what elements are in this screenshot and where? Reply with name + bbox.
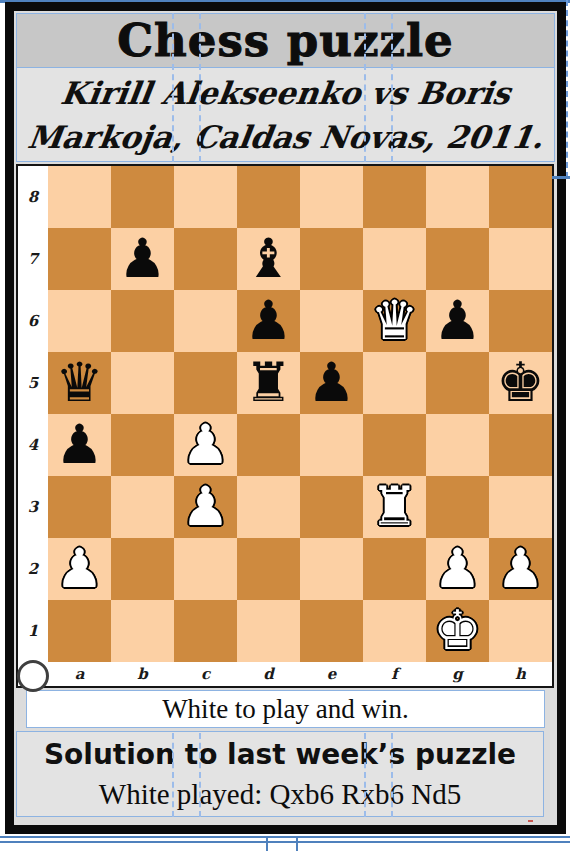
square-e1 — [300, 600, 363, 662]
square-e7 — [300, 228, 363, 290]
square-b4 — [111, 414, 174, 476]
flyer-content: Chess puzzle Kirill Alekseenko vs Boris … — [14, 11, 557, 825]
column-guide — [391, 13, 393, 162]
rank-label-6: 6 — [18, 290, 48, 352]
square-b8 — [111, 166, 174, 228]
square-b5 — [111, 352, 174, 414]
square-f4 — [363, 414, 426, 476]
square-g6: ♟ — [426, 290, 489, 352]
column-guide — [391, 733, 393, 817]
file-label-a: a — [48, 662, 111, 686]
square-g5 — [426, 352, 489, 414]
rank-label-5: 5 — [18, 352, 48, 414]
square-b1 — [111, 600, 174, 662]
black-queen: ♛ — [55, 356, 103, 410]
square-c6 — [174, 290, 237, 352]
column-guide — [364, 733, 366, 817]
square-b7: ♟ — [111, 228, 174, 290]
square-a5: ♛ — [48, 352, 111, 414]
bottom-gridline — [0, 836, 570, 838]
rank-label-3: 3 — [18, 476, 48, 538]
file-label-c: c — [174, 662, 237, 686]
square-e6 — [300, 290, 363, 352]
bottom-gridline — [0, 841, 570, 843]
players-line: Kirill Alekseenko vs Boris — [58, 71, 513, 115]
caption-cell[interactable]: White to play and win. — [26, 690, 545, 728]
white-queen: ♛ — [370, 294, 418, 348]
square-e3 — [300, 476, 363, 538]
black-pawn: ♟ — [433, 294, 481, 348]
square-d7: ♝ — [237, 228, 300, 290]
rank-label-2: 2 — [18, 538, 48, 600]
rank-label-7: 7 — [18, 228, 48, 290]
black-pawn: ♟ — [244, 294, 292, 348]
white-king: ♚ — [433, 604, 481, 658]
square-g3 — [426, 476, 489, 538]
square-f5 — [363, 352, 426, 414]
square-b6 — [111, 290, 174, 352]
black-king: ♚ — [496, 356, 544, 410]
file-label-f: f — [363, 662, 426, 686]
square-b2 — [111, 538, 174, 600]
square-f1 — [363, 600, 426, 662]
square-d4 — [237, 414, 300, 476]
square-g4 — [426, 414, 489, 476]
rank-label-1: 1 — [18, 600, 48, 662]
rank-label-4: 4 — [18, 414, 48, 476]
square-h3 — [489, 476, 552, 538]
square-f3: ♜ — [363, 476, 426, 538]
square-c5 — [174, 352, 237, 414]
column-guide — [172, 13, 174, 162]
square-d3 — [237, 476, 300, 538]
square-a3 — [48, 476, 111, 538]
square-f7 — [363, 228, 426, 290]
square-a8 — [48, 166, 111, 228]
black-bishop: ♝ — [244, 232, 292, 286]
file-label-e: e — [300, 662, 363, 686]
selection-marquee-tick — [552, 176, 570, 179]
solution-heading: Solution to last week’s puzzle — [44, 738, 516, 771]
square-f6: ♛ — [363, 290, 426, 352]
square-g2: ♟ — [426, 538, 489, 600]
event-line: Markoja, Caldas Novas, 2011. — [25, 115, 547, 159]
black-pawn: ♟ — [118, 232, 166, 286]
white-pawn: ♟ — [433, 542, 481, 596]
square-e2 — [300, 538, 363, 600]
square-h4 — [489, 414, 552, 476]
white-rook: ♜ — [370, 480, 418, 534]
square-h8 — [489, 166, 552, 228]
solution-moves: White played: Qxb6 Rxb6 Nd5 — [99, 778, 461, 811]
column-guide — [172, 733, 174, 817]
square-c8 — [174, 166, 237, 228]
square-a6 — [48, 290, 111, 352]
square-f2 — [363, 538, 426, 600]
square-c1 — [174, 600, 237, 662]
rank-label-8: 8 — [18, 166, 48, 228]
square-d1 — [237, 600, 300, 662]
black-pawn: ♟ — [55, 418, 103, 472]
square-h6 — [489, 290, 552, 352]
stray-mark — [528, 820, 533, 822]
white-pawn: ♟ — [181, 480, 229, 534]
square-e4 — [300, 414, 363, 476]
square-h5: ♚ — [489, 352, 552, 414]
square-c4: ♟ — [174, 414, 237, 476]
file-label-h: h — [489, 662, 552, 686]
square-h2: ♟ — [489, 538, 552, 600]
square-c3: ♟ — [174, 476, 237, 538]
column-guide — [199, 733, 201, 817]
subtitle-cell[interactable]: Kirill Alekseenko vs Boris Markoja, Cald… — [16, 67, 555, 162]
square-h1 — [489, 600, 552, 662]
file-label-g: g — [426, 662, 489, 686]
square-g7 — [426, 228, 489, 290]
flyer-frame: Chess puzzle Kirill Alekseenko vs Boris … — [5, 2, 566, 834]
square-a4: ♟ — [48, 414, 111, 476]
square-d2 — [237, 538, 300, 600]
square-e5: ♟ — [300, 352, 363, 414]
square-c7 — [174, 228, 237, 290]
square-f8 — [363, 166, 426, 228]
square-g8 — [426, 166, 489, 228]
square-g1: ♚ — [426, 600, 489, 662]
flyer-page: Chess puzzle Kirill Alekseenko vs Boris … — [0, 0, 570, 851]
black-rook: ♜ — [244, 356, 292, 410]
square-d6: ♟ — [237, 290, 300, 352]
column-guide — [199, 13, 201, 162]
square-b3 — [111, 476, 174, 538]
black-pawn: ♟ — [307, 356, 355, 410]
white-pawn: ♟ — [496, 542, 544, 596]
square-e8 — [300, 166, 363, 228]
white-pawn: ♟ — [55, 542, 103, 596]
white-to-move-indicator — [17, 660, 49, 692]
file-label-b: b — [111, 662, 174, 686]
board-grid: 87♟♝6♟♛♟5♛♜♟♚4♟♟3♟♜2♟♟♟1♚abcdefgh — [18, 166, 552, 686]
puzzle-instruction: White to play and win. — [162, 694, 409, 725]
white-pawn: ♟ — [181, 418, 229, 472]
square-d5: ♜ — [237, 352, 300, 414]
square-a2: ♟ — [48, 538, 111, 600]
bottom-grid-column-line — [266, 836, 268, 851]
column-guide — [364, 13, 366, 162]
square-h7 — [489, 228, 552, 290]
solution-cell[interactable]: Solution to last week’s puzzle White pla… — [16, 731, 544, 817]
bottom-grid-column-line — [296, 836, 298, 851]
selection-marquee — [566, 0, 568, 178]
page-title: Chess puzzle — [117, 14, 454, 67]
square-a7 — [48, 228, 111, 290]
chess-board[interactable]: 87♟♝6♟♛♟5♛♜♟♚4♟♟3♟♜2♟♟♟1♚abcdefgh — [16, 164, 554, 688]
square-a1 — [48, 600, 111, 662]
square-c2 — [174, 538, 237, 600]
title-cell[interactable]: Chess puzzle — [16, 13, 555, 68]
file-label-d: d — [237, 662, 300, 686]
square-d8 — [237, 166, 300, 228]
